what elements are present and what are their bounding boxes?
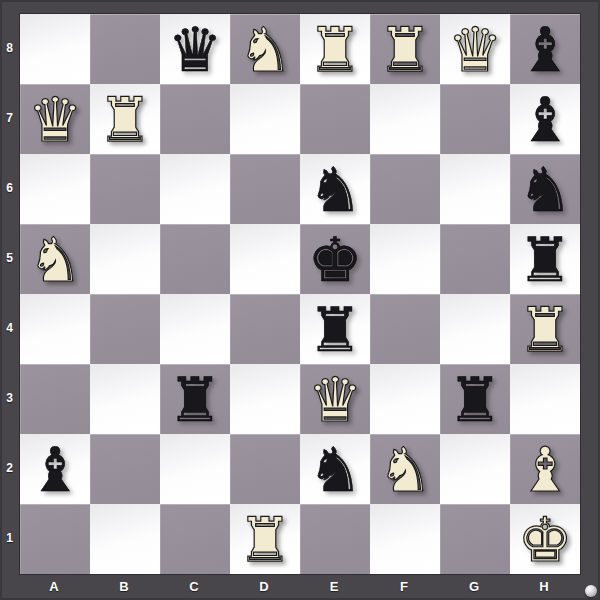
rank-label-3: 3: [0, 363, 19, 433]
white-rook-f8[interactable]: ♜: [370, 14, 440, 84]
white-knight-f2[interactable]: ♞: [370, 434, 440, 504]
square-g2[interactable]: [440, 434, 510, 504]
file-label-f: F: [369, 574, 439, 598]
square-d1[interactable]: ♜: [230, 504, 300, 574]
black-knight-e6[interactable]: ♞: [300, 154, 370, 224]
square-b2[interactable]: [90, 434, 160, 504]
square-h4[interactable]: ♜: [510, 294, 580, 364]
rank-label-2: 2: [0, 433, 19, 503]
square-a2[interactable]: ♝: [20, 434, 90, 504]
file-label-a: A: [19, 574, 89, 598]
square-g1[interactable]: [440, 504, 510, 574]
black-knight-h6[interactable]: ♞: [510, 154, 580, 224]
white-rook-h4[interactable]: ♜: [510, 294, 580, 364]
square-a8[interactable]: [20, 14, 90, 84]
square-g6[interactable]: [440, 154, 510, 224]
file-label-e: E: [299, 574, 369, 598]
square-h5[interactable]: ♜: [510, 224, 580, 294]
square-b1[interactable]: [90, 504, 160, 574]
square-f2[interactable]: ♞: [370, 434, 440, 504]
black-rook-g3[interactable]: ♜: [440, 364, 510, 434]
square-e6[interactable]: ♞: [300, 154, 370, 224]
white-rook-d1[interactable]: ♜: [230, 504, 300, 574]
black-rook-c3[interactable]: ♜: [160, 364, 230, 434]
rank-label-8: 8: [0, 13, 19, 83]
square-e8[interactable]: ♜: [300, 14, 370, 84]
square-c2[interactable]: [160, 434, 230, 504]
white-knight-a5[interactable]: ♞: [20, 224, 90, 294]
square-d6[interactable]: [230, 154, 300, 224]
black-rook-h5[interactable]: ♜: [510, 224, 580, 294]
square-b4[interactable]: [90, 294, 160, 364]
file-label-c: C: [159, 574, 229, 598]
chess-board[interactable]: ♛♞♜♜♛♝♛♜♝♞♞♞♚♜♜♜♜♛♜♝♞♞♝♜♚: [19, 13, 581, 575]
square-b8[interactable]: [90, 14, 160, 84]
square-a7[interactable]: ♛: [20, 84, 90, 154]
square-h8[interactable]: ♝: [510, 14, 580, 84]
white-queen-e3[interactable]: ♛: [300, 364, 370, 434]
square-f4[interactable]: [370, 294, 440, 364]
rank-label-7: 7: [0, 83, 19, 153]
white-queen-a7[interactable]: ♛: [20, 84, 90, 154]
file-label-b: B: [89, 574, 159, 598]
square-e2[interactable]: ♞: [300, 434, 370, 504]
square-c5[interactable]: [160, 224, 230, 294]
black-king-e5[interactable]: ♚: [300, 224, 370, 294]
square-d2[interactable]: [230, 434, 300, 504]
square-f5[interactable]: [370, 224, 440, 294]
square-e3[interactable]: ♛: [300, 364, 370, 434]
square-d5[interactable]: [230, 224, 300, 294]
white-rook-b7[interactable]: ♜: [90, 84, 160, 154]
square-b7[interactable]: ♜: [90, 84, 160, 154]
square-a3[interactable]: [20, 364, 90, 434]
chess-diagram-frame: 87654321 ♛♞♜♜♛♝♛♜♝♞♞♞♚♜♜♜♜♛♜♝♞♞♝♜♚ ABCDE…: [0, 0, 600, 600]
rank-label-1: 1: [0, 503, 19, 573]
square-h6[interactable]: ♞: [510, 154, 580, 224]
square-b5[interactable]: [90, 224, 160, 294]
square-c3[interactable]: ♜: [160, 364, 230, 434]
side-to-move-indicator: [585, 585, 597, 597]
square-h3[interactable]: [510, 364, 580, 434]
white-bishop-h2[interactable]: ♝: [510, 434, 580, 504]
square-e7[interactable]: [300, 84, 370, 154]
square-f8[interactable]: ♜: [370, 14, 440, 84]
square-e5[interactable]: ♚: [300, 224, 370, 294]
square-h1[interactable]: ♚: [510, 504, 580, 574]
file-label-d: D: [229, 574, 299, 598]
square-g5[interactable]: [440, 224, 510, 294]
black-queen-c8[interactable]: ♛: [160, 14, 230, 84]
white-knight-d8[interactable]: ♞: [230, 14, 300, 84]
square-e1[interactable]: [300, 504, 370, 574]
rank-label-4: 4: [0, 293, 19, 363]
square-e4[interactable]: ♜: [300, 294, 370, 364]
square-d4[interactable]: [230, 294, 300, 364]
white-rook-e8[interactable]: ♜: [300, 14, 370, 84]
white-queen-g8[interactable]: ♛: [440, 14, 510, 84]
square-c8[interactable]: ♛: [160, 14, 230, 84]
black-knight-e2[interactable]: ♞: [300, 434, 370, 504]
square-g3[interactable]: ♜: [440, 364, 510, 434]
black-bishop-h7[interactable]: ♝: [510, 84, 580, 154]
square-b3[interactable]: [90, 364, 160, 434]
square-g7[interactable]: [440, 84, 510, 154]
square-a4[interactable]: [20, 294, 90, 364]
square-a1[interactable]: [20, 504, 90, 574]
square-c4[interactable]: [160, 294, 230, 364]
square-f6[interactable]: [370, 154, 440, 224]
black-rook-e4[interactable]: ♜: [300, 294, 370, 364]
file-label-g: G: [439, 574, 509, 598]
square-h2[interactable]: ♝: [510, 434, 580, 504]
square-g8[interactable]: ♛: [440, 14, 510, 84]
square-h7[interactable]: ♝: [510, 84, 580, 154]
square-d7[interactable]: [230, 84, 300, 154]
white-king-h1[interactable]: ♚: [510, 504, 580, 574]
square-d3[interactable]: [230, 364, 300, 434]
square-f7[interactable]: [370, 84, 440, 154]
black-bishop-h8[interactable]: ♝: [510, 14, 580, 84]
rank-label-5: 5: [0, 223, 19, 293]
square-f1[interactable]: [370, 504, 440, 574]
rank-label-6: 6: [0, 153, 19, 223]
square-d8[interactable]: ♞: [230, 14, 300, 84]
square-f3[interactable]: [370, 364, 440, 434]
black-bishop-a2[interactable]: ♝: [20, 434, 90, 504]
square-c1[interactable]: [160, 504, 230, 574]
file-label-h: H: [509, 574, 579, 598]
square-a5[interactable]: ♞: [20, 224, 90, 294]
square-b6[interactable]: [90, 154, 160, 224]
square-a6[interactable]: [20, 154, 90, 224]
square-g4[interactable]: [440, 294, 510, 364]
square-c6[interactable]: [160, 154, 230, 224]
square-c7[interactable]: [160, 84, 230, 154]
